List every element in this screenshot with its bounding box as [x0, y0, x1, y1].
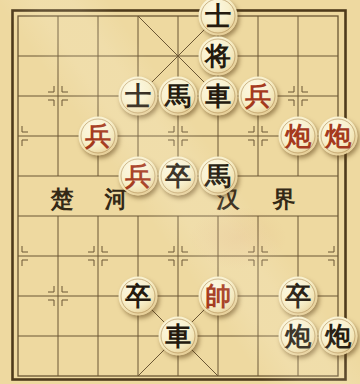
piece-black-advisor[interactable]: 士: [119, 77, 158, 116]
piece-glyph: 兵: [245, 77, 271, 116]
piece-glyph: 兵: [125, 157, 151, 196]
piece-red-general[interactable]: 帥: [199, 277, 238, 316]
piece-black-chariot[interactable]: 車: [199, 77, 238, 116]
piece-glyph: 炮: [325, 117, 351, 156]
piece-glyph: 馬: [165, 77, 191, 116]
xiangqi-board[interactable]: 楚 河 汉 界 士将士馬車兵兵炮炮兵卒馬卒帥卒車炮炮: [0, 0, 360, 384]
piece-black-chariot[interactable]: 車: [159, 317, 198, 356]
piece-glyph: 兵: [85, 117, 111, 156]
piece-glyph: 馬: [205, 157, 231, 196]
piece-black-cannon[interactable]: 炮: [319, 317, 358, 356]
piece-glyph: 炮: [285, 117, 311, 156]
piece-glyph: 炮: [285, 317, 311, 356]
piece-red-cannon[interactable]: 炮: [279, 117, 318, 156]
piece-glyph: 炮: [325, 317, 351, 356]
piece-black-soldier[interactable]: 卒: [159, 157, 198, 196]
piece-black-cannon[interactable]: 炮: [279, 317, 318, 356]
piece-glyph: 士: [205, 0, 231, 36]
piece-red-soldier[interactable]: 兵: [239, 77, 278, 116]
piece-glyph: 士: [125, 77, 151, 116]
piece-glyph: 車: [165, 317, 191, 356]
piece-black-general[interactable]: 将: [199, 37, 238, 76]
pieces-layer: 士将士馬車兵兵炮炮兵卒馬卒帥卒車炮炮: [0, 0, 360, 384]
piece-red-cannon[interactable]: 炮: [319, 117, 358, 156]
piece-black-horse[interactable]: 馬: [199, 157, 238, 196]
piece-red-soldier[interactable]: 兵: [119, 157, 158, 196]
piece-black-soldier[interactable]: 卒: [119, 277, 158, 316]
piece-glyph: 帥: [205, 277, 231, 316]
piece-glyph: 卒: [165, 157, 191, 196]
piece-black-horse[interactable]: 馬: [159, 77, 198, 116]
piece-red-soldier[interactable]: 兵: [79, 117, 118, 156]
piece-glyph: 車: [205, 77, 231, 116]
piece-black-advisor[interactable]: 士: [199, 0, 238, 36]
piece-glyph: 卒: [285, 277, 311, 316]
piece-glyph: 卒: [125, 277, 151, 316]
piece-glyph: 将: [205, 37, 231, 76]
piece-black-soldier[interactable]: 卒: [279, 277, 318, 316]
